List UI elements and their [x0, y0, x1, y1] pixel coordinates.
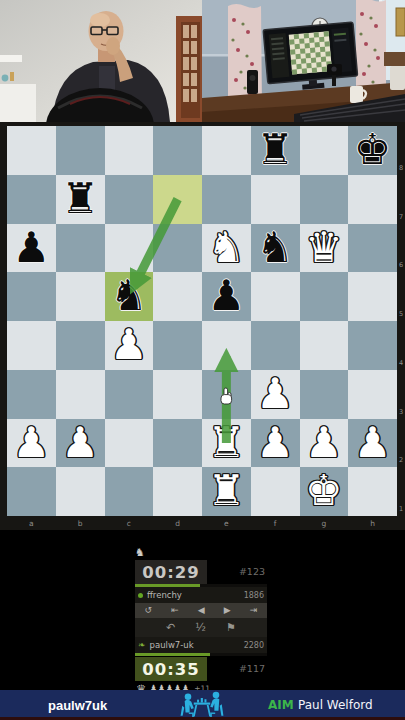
captured-knight-icon: ♞: [135, 546, 145, 559]
player-clock: 00:35: [135, 657, 207, 681]
stream-banner: paulw7uk AIM Paul Welford: [0, 690, 405, 720]
square-g1[interactable]: ♚: [300, 467, 349, 516]
opponent-clock: 00:29: [135, 560, 207, 584]
square-b8[interactable]: [56, 126, 105, 175]
prev-move-icon[interactable]: ◀: [198, 603, 205, 618]
square-h5[interactable]: [348, 272, 397, 321]
rank-label-4: 4: [397, 321, 405, 370]
piece-white-pawn-g2[interactable]: ♟: [300, 419, 349, 468]
opponent-clock-row: 00:29 #123: [135, 560, 267, 584]
square-f5[interactable]: [251, 272, 300, 321]
square-h7[interactable]: [348, 175, 397, 224]
square-b5[interactable]: [56, 272, 105, 321]
stream-frame: ♜♚♜♟♞♞♛♞♟♟♟♟♟♜♟♟♟♜♚ 87654321 abcdefgh ♞: [0, 0, 405, 720]
square-d8[interactable]: [153, 126, 202, 175]
square-b2[interactable]: ♟: [56, 419, 105, 468]
square-a2[interactable]: ♟: [7, 419, 56, 468]
square-b6[interactable]: [56, 224, 105, 273]
opponent-rating: 1886: [244, 591, 264, 600]
square-a1[interactable]: [7, 467, 56, 516]
square-c3[interactable]: [105, 370, 154, 419]
piece-white-queen-g6[interactable]: ♛: [300, 224, 349, 273]
piece-white-pawn-f2[interactable]: ♟: [251, 419, 300, 468]
square-h4[interactable]: [348, 321, 397, 370]
square-b4[interactable]: [56, 321, 105, 370]
square-a3[interactable]: [7, 370, 56, 419]
square-d7[interactable]: [153, 175, 202, 224]
square-c8[interactable]: [105, 126, 154, 175]
piece-white-knight-e6[interactable]: ♞: [202, 224, 251, 273]
square-g3[interactable]: [300, 370, 349, 419]
banner-full-name: Paul Welford: [298, 698, 373, 712]
piece-white-pawn-f3[interactable]: ♟: [251, 370, 300, 419]
chess-board-frame: ♜♚♜♟♞♞♛♞♟♟♟♟♟♜♟♟♟♜♚ 87654321 abcdefgh: [0, 122, 405, 530]
square-e6[interactable]: ♞: [202, 224, 251, 273]
piece-black-knight-f6[interactable]: ♞: [251, 224, 300, 273]
square-e3[interactable]: [202, 370, 251, 419]
last-move-icon[interactable]: ⇥: [250, 603, 258, 618]
game-actions-bar: ↶ ½ ⚑: [135, 618, 267, 637]
square-h6[interactable]: [348, 224, 397, 273]
piece-white-king-g1[interactable]: ♚: [300, 467, 349, 516]
streamer-wing-icon: ❧: [138, 640, 146, 650]
chess-board[interactable]: ♜♚♜♟♞♞♛♞♟♟♟♟♟♜♟♟♟♜♚: [7, 126, 397, 516]
opponent-player-row[interactable]: ffrenchy 1886: [135, 587, 267, 603]
piece-white-rook-e1[interactable]: ♜: [202, 467, 251, 516]
rank-label-8: 8: [397, 126, 405, 175]
square-d5[interactable]: [153, 272, 202, 321]
player-title-badge: AIM: [268, 698, 294, 712]
opponent-captured-material: ♞: [135, 546, 267, 559]
piece-white-pawn-b2[interactable]: ♟: [56, 419, 105, 468]
rank-label-5: 5: [397, 272, 405, 321]
square-g2[interactable]: ♟: [300, 419, 349, 468]
square-d3[interactable]: [153, 370, 202, 419]
file-labels: abcdefgh: [7, 517, 397, 530]
square-f7[interactable]: [251, 175, 300, 224]
player-row[interactable]: ❧ paulw7-uk 2280: [135, 637, 267, 653]
square-e1[interactable]: ♜: [202, 467, 251, 516]
move-nav-bar: ↺ ⇤ ◀ ▶ ⇥: [135, 603, 267, 618]
online-dot-icon: [138, 593, 143, 598]
piece-black-pawn-a6[interactable]: ♟: [7, 224, 56, 273]
square-b3[interactable]: [56, 370, 105, 419]
opponent-name[interactable]: ffrenchy: [147, 590, 240, 600]
square-a7[interactable]: [7, 175, 56, 224]
first-move-icon[interactable]: ⇤: [171, 603, 179, 618]
file-label-g: g: [300, 517, 349, 530]
square-a6[interactable]: ♟: [7, 224, 56, 273]
square-b1[interactable]: [56, 467, 105, 516]
monitor-chessboard: [289, 28, 353, 77]
square-e2[interactable]: ♜: [202, 419, 251, 468]
square-e4[interactable]: [202, 321, 251, 370]
square-g5[interactable]: [300, 272, 349, 321]
square-c5[interactable]: ♞: [105, 272, 154, 321]
desk-camera: [202, 0, 405, 122]
chess-players-table-icon: [176, 691, 228, 720]
door: [176, 16, 204, 122]
square-f6[interactable]: ♞: [251, 224, 300, 273]
piece-white-pawn-a2[interactable]: ♟: [7, 419, 56, 468]
piece-black-king-h8[interactable]: ♚: [348, 126, 397, 175]
player-rank-tag: #117: [239, 663, 265, 674]
square-c7[interactable]: [105, 175, 154, 224]
kettle: [390, 66, 405, 90]
rank-label-6: 6: [397, 224, 405, 273]
square-d1[interactable]: [153, 467, 202, 516]
curtain-right: [356, 0, 386, 95]
rank-labels: 87654321: [397, 126, 405, 516]
rank-label-3: 3: [397, 370, 405, 419]
piece-white-pawn-h2[interactable]: ♟: [348, 419, 397, 468]
square-g8[interactable]: [300, 126, 349, 175]
square-f4[interactable]: [251, 321, 300, 370]
resign-flag-icon[interactable]: ⚑: [226, 621, 236, 634]
square-c6[interactable]: [105, 224, 154, 273]
square-b7[interactable]: ♜: [56, 175, 105, 224]
square-a4[interactable]: [7, 321, 56, 370]
square-d2[interactable]: [153, 419, 202, 468]
square-h8[interactable]: ♚: [348, 126, 397, 175]
square-d4[interactable]: [153, 321, 202, 370]
square-h3[interactable]: [348, 370, 397, 419]
next-move-icon[interactable]: ▶: [224, 603, 231, 618]
piece-black-rook-f8[interactable]: ♜: [251, 126, 300, 175]
square-h2[interactable]: ♟: [348, 419, 397, 468]
player-name[interactable]: paulw7-uk: [150, 640, 240, 650]
square-e8[interactable]: [202, 126, 251, 175]
square-a5[interactable]: [7, 272, 56, 321]
rank-label-7: 7: [397, 175, 405, 224]
file-label-f: f: [251, 517, 300, 530]
streamer-camera: [0, 0, 204, 122]
square-g6[interactable]: ♛: [300, 224, 349, 273]
file-label-a: a: [7, 517, 56, 530]
square-a8[interactable]: [7, 126, 56, 175]
game-panel: ♞ 00:29 #123 ffrenchy 1886 ↺ ⇤ ◀ ▶ ⇥ ↶ ½…: [135, 546, 267, 696]
piece-black-rook-b7[interactable]: ♜: [56, 175, 105, 224]
piece-white-pawn-c4[interactable]: ♟: [105, 321, 154, 370]
webcam-scene: [0, 0, 405, 122]
player-rating: 2280: [244, 641, 264, 650]
file-label-b: b: [56, 517, 105, 530]
square-c4[interactable]: ♟: [105, 321, 154, 370]
file-label-h: h: [348, 517, 397, 530]
square-f2[interactable]: ♟: [251, 419, 300, 468]
speaker: [247, 70, 258, 94]
piece-black-pawn-e5[interactable]: ♟: [202, 272, 251, 321]
webcam-strip: [0, 0, 405, 122]
square-c2[interactable]: [105, 419, 154, 468]
square-h1[interactable]: [348, 467, 397, 516]
picture-frame: [396, 8, 405, 36]
piece-black-knight-c5[interactable]: ♞: [105, 272, 154, 321]
square-c1[interactable]: [105, 467, 154, 516]
square-f1[interactable]: [251, 467, 300, 516]
square-g4[interactable]: [300, 321, 349, 370]
banner-username: paulw7uk: [48, 698, 107, 713]
rank-label-2: 2: [397, 419, 405, 468]
square-e5[interactable]: ♟: [202, 272, 251, 321]
draw-offer-icon[interactable]: ½: [195, 621, 206, 634]
player-time-bar: [135, 653, 267, 656]
file-label-d: d: [153, 517, 202, 530]
square-f3[interactable]: ♟: [251, 370, 300, 419]
piece-white-rook-e2[interactable]: ♜: [202, 419, 251, 468]
player-clock-row: 00:35 #117: [135, 657, 267, 681]
cycle-icon[interactable]: ↺: [145, 603, 153, 618]
square-e7[interactable]: [202, 175, 251, 224]
takeback-icon[interactable]: ↶: [166, 621, 175, 634]
square-f8[interactable]: ♜: [251, 126, 300, 175]
file-label-e: e: [202, 517, 251, 530]
square-g7[interactable]: [300, 175, 349, 224]
rank-label-1: 1: [397, 467, 405, 516]
square-d6[interactable]: [153, 224, 202, 273]
opponent-rank-tag: #123: [239, 566, 265, 577]
file-label-c: c: [105, 517, 154, 530]
